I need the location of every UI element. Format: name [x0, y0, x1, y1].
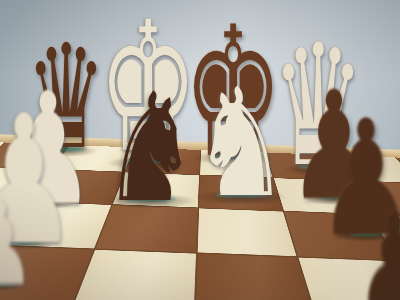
dark-pawn-f1[interactable]: ♟ [355, 197, 400, 300]
white-knight-e3[interactable]: ♞ [193, 68, 290, 218]
pieces-layer: ♛♚♚♛♞♞♟♟♟♟♟♟ [0, 0, 400, 300]
dark-knight-d3[interactable]: ♞ [102, 73, 199, 223]
chess-photo-scene: ♛♚♚♛♞♞♟♟♟♟♟♟ [0, 0, 400, 300]
white-pawn-c1[interactable]: ♟ [0, 187, 35, 300]
